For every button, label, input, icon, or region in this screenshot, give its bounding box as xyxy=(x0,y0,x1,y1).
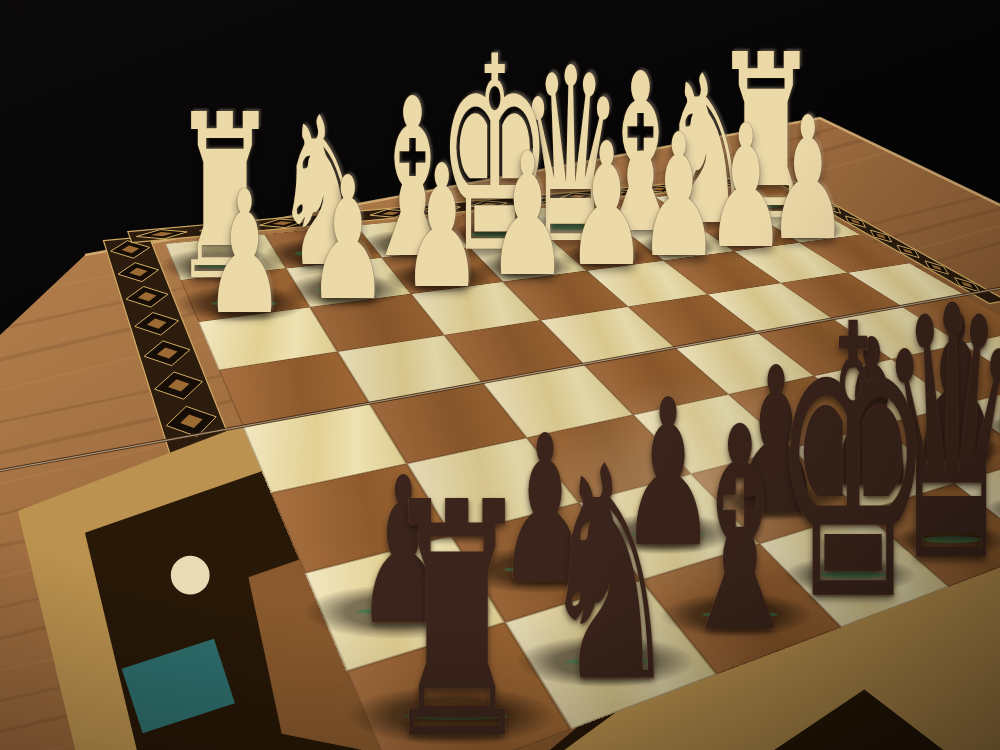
board-hinge-seam xyxy=(0,285,1000,475)
scene: ♜♞♝♛♚♝♞♜♟♟♟♟♟♟♟♟♟♟♟♟♟♟♟♟♜♞♝♛♚♝♞♜ xyxy=(0,0,1000,750)
hinge-seam-overlay xyxy=(0,0,1000,750)
